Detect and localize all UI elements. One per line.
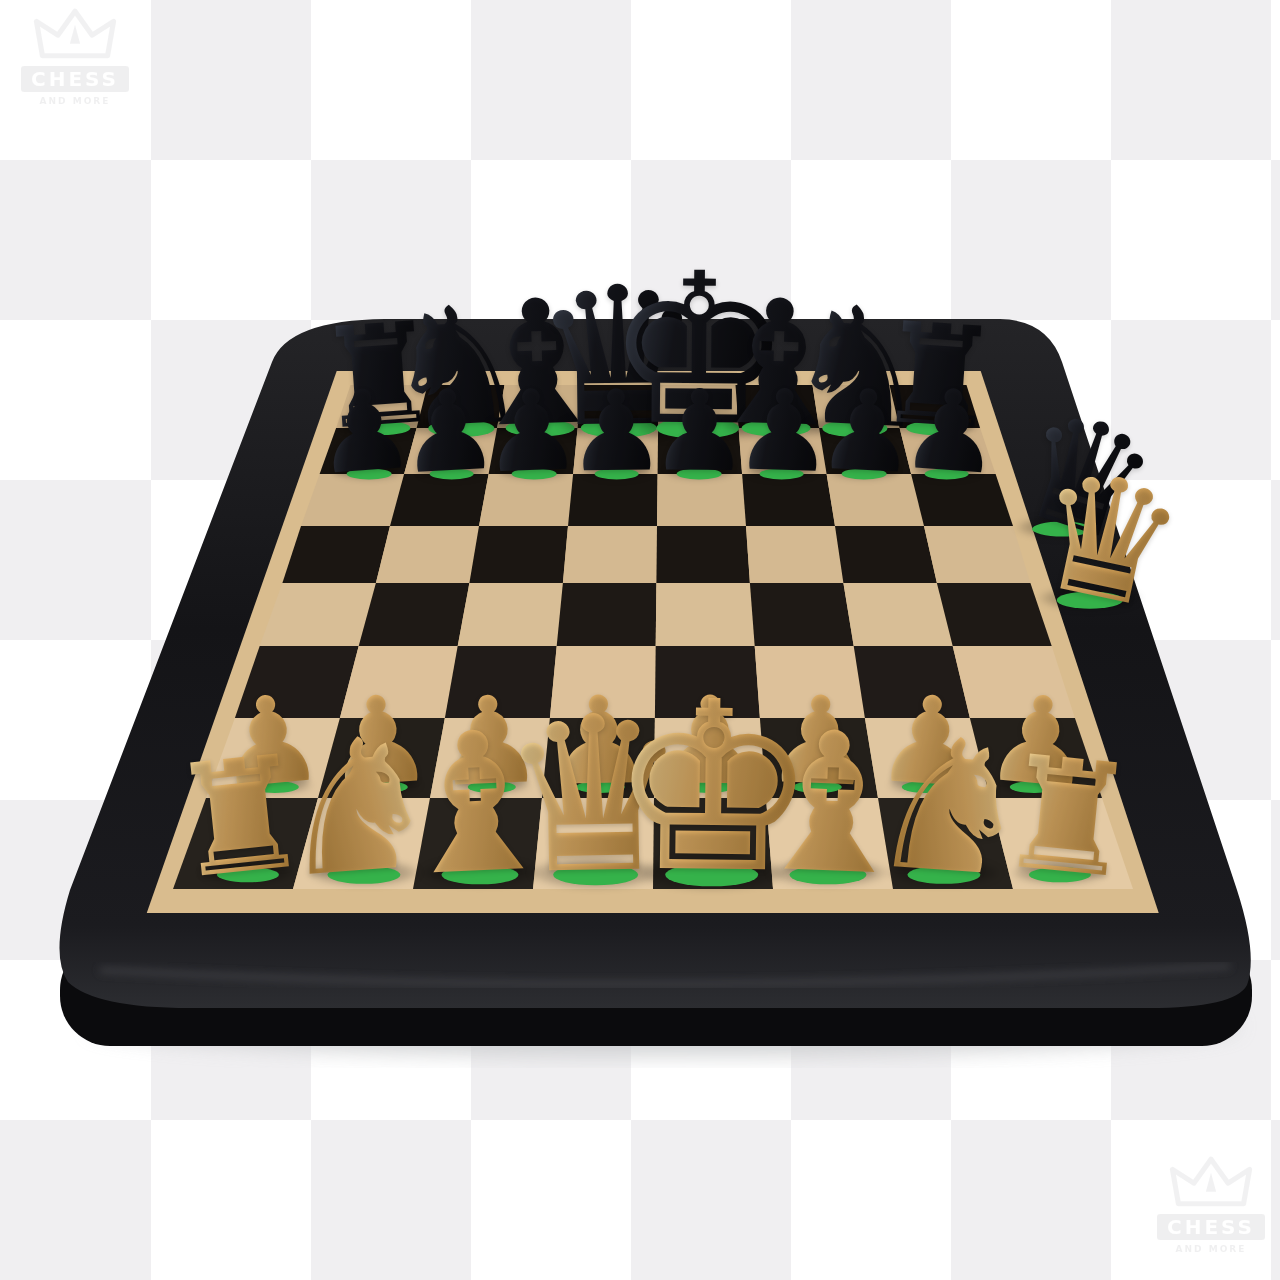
square-d5 <box>563 526 657 583</box>
square-b4 <box>359 583 470 646</box>
square-c1 <box>413 798 542 889</box>
square-d2 <box>542 718 655 798</box>
square-d6 <box>568 474 658 526</box>
square-g3 <box>854 646 970 718</box>
square-g8 <box>813 385 900 428</box>
square-e8 <box>658 385 739 428</box>
square-h7 <box>900 428 996 474</box>
square-e5 <box>656 526 750 583</box>
square-f2 <box>760 718 878 798</box>
square-g6 <box>827 474 924 526</box>
square-e4 <box>656 583 755 646</box>
square-b8 <box>417 385 505 428</box>
square-b6 <box>390 474 489 526</box>
square-h6 <box>911 474 1013 526</box>
chess-board <box>0 0 1280 1280</box>
square-f4 <box>750 583 854 646</box>
square-c4 <box>458 583 563 646</box>
square-f6 <box>742 474 835 526</box>
square-e1 <box>653 798 773 889</box>
square-c8 <box>497 385 581 428</box>
square-b3 <box>340 646 458 718</box>
square-g1 <box>878 798 1013 889</box>
square-b2 <box>318 718 445 798</box>
square-g5 <box>835 526 937 583</box>
square-g2 <box>865 718 990 798</box>
square-d3 <box>550 646 656 718</box>
square-c2 <box>430 718 550 798</box>
square-f5 <box>746 526 843 583</box>
square-c5 <box>469 526 568 583</box>
square-d1 <box>533 798 654 889</box>
square-a8 <box>336 385 427 428</box>
square-b5 <box>376 526 479 583</box>
square-d7 <box>573 428 658 474</box>
square-f1 <box>766 798 893 889</box>
square-d4 <box>557 583 657 646</box>
square-f8 <box>736 385 820 428</box>
square-c6 <box>479 474 573 526</box>
square-h5 <box>924 526 1030 583</box>
square-e6 <box>657 474 746 526</box>
square-e3 <box>655 646 760 718</box>
square-c3 <box>445 646 557 718</box>
square-e7 <box>658 428 743 474</box>
square-a7 <box>320 428 417 474</box>
square-f3 <box>755 646 865 718</box>
square-g4 <box>843 583 952 646</box>
square-h8 <box>890 385 981 428</box>
square-c7 <box>489 428 578 474</box>
square-g7 <box>819 428 911 474</box>
square-d8 <box>578 385 659 428</box>
square-e2 <box>654 718 766 798</box>
square-a5 <box>282 526 390 583</box>
square-b7 <box>404 428 497 474</box>
square-f7 <box>739 428 827 474</box>
